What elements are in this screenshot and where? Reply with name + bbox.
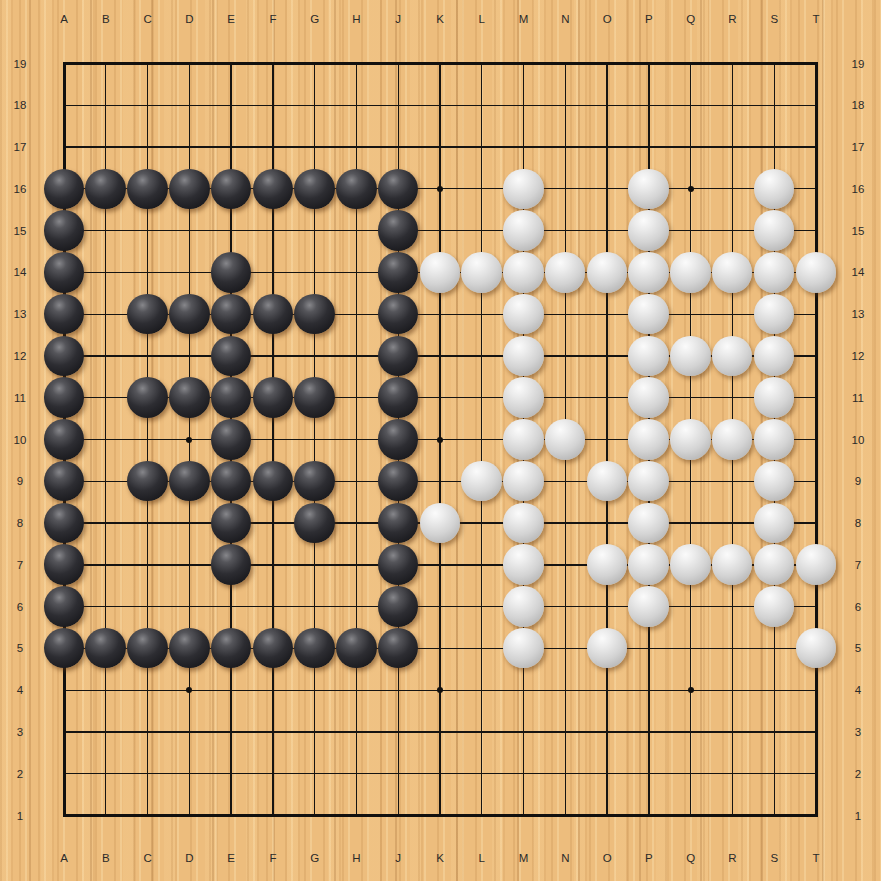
board-cell-D9 — [168, 460, 210, 502]
board-cell-E7 — [210, 544, 252, 586]
column-label-bottom-H: H — [343, 852, 369, 865]
row-label-right-16: 16 — [845, 182, 871, 195]
stone-white-P6 — [628, 586, 669, 627]
stone-white-L9 — [461, 461, 502, 502]
row-label-left-4: 4 — [7, 684, 33, 697]
stone-white-S10 — [754, 419, 795, 460]
stone-black-A10 — [44, 419, 85, 460]
column-label-top-G: G — [302, 13, 328, 26]
board-cell-P16 — [628, 168, 670, 210]
board-cell-S16 — [753, 168, 795, 210]
board-cell-J12 — [377, 335, 419, 377]
stone-black-H16 — [336, 169, 377, 210]
row-label-right-2: 2 — [845, 767, 871, 780]
stone-black-A7 — [44, 544, 85, 585]
board-cell-J8 — [377, 502, 419, 544]
board-cell-K8 — [419, 502, 461, 544]
board-cell-S14 — [753, 251, 795, 293]
board-cell-S8 — [753, 502, 795, 544]
stone-black-D13 — [169, 294, 210, 335]
stone-white-N10 — [545, 419, 586, 460]
board-cell-M6 — [503, 586, 545, 628]
stone-white-S9 — [754, 461, 795, 502]
column-label-top-K: K — [427, 13, 453, 26]
column-label-bottom-D: D — [176, 852, 202, 865]
column-label-bottom-O: O — [594, 852, 620, 865]
column-label-top-H: H — [343, 13, 369, 26]
stone-black-A6 — [44, 586, 85, 627]
stone-black-D11 — [169, 377, 210, 418]
column-label-top-F: F — [260, 13, 286, 26]
board-cell-O9 — [586, 460, 628, 502]
board-cell-Q10 — [670, 418, 712, 460]
board-cell-F11 — [252, 377, 294, 419]
stone-black-D9 — [169, 461, 210, 502]
row-label-right-17: 17 — [845, 141, 871, 154]
stone-black-E9 — [211, 461, 252, 502]
board-cell-F9 — [252, 460, 294, 502]
stone-white-P11 — [628, 377, 669, 418]
board-cell-A10 — [43, 418, 85, 460]
row-label-right-3: 3 — [845, 725, 871, 738]
stone-black-F11 — [253, 377, 294, 418]
stone-white-P16 — [628, 169, 669, 210]
row-label-right-14: 14 — [845, 266, 871, 279]
stone-white-O5 — [587, 628, 628, 669]
row-label-left-19: 19 — [7, 57, 33, 70]
board-cell-E10 — [210, 418, 252, 460]
board-cell-J15 — [377, 210, 419, 252]
column-label-top-S: S — [761, 13, 787, 26]
board-cell-N10 — [544, 418, 586, 460]
stone-white-T7 — [796, 544, 837, 585]
board-cell-P13 — [628, 293, 670, 335]
column-label-bottom-L: L — [469, 852, 495, 865]
board-cell-E13 — [210, 293, 252, 335]
column-label-bottom-G: G — [302, 852, 328, 865]
stone-black-G8 — [294, 503, 335, 544]
board-cell-M8 — [503, 502, 545, 544]
stone-black-G13 — [294, 294, 335, 335]
board-cell-A7 — [43, 544, 85, 586]
board-cell-P6 — [628, 586, 670, 628]
row-label-right-6: 6 — [845, 600, 871, 613]
column-label-bottom-K: K — [427, 852, 453, 865]
row-label-right-18: 18 — [845, 99, 871, 112]
stone-white-P14 — [628, 252, 669, 293]
board-cell-J10 — [377, 418, 419, 460]
stone-black-F13 — [253, 294, 294, 335]
go-board-app: AABBCCDDEEFFGGHHJJKKLLMMNNOOPPQQRRSSTT19… — [0, 0, 881, 881]
stone-white-P8 — [628, 503, 669, 544]
stone-black-E16 — [211, 169, 252, 210]
column-label-bottom-C: C — [135, 852, 161, 865]
row-label-right-13: 13 — [845, 308, 871, 321]
row-label-right-4: 4 — [845, 684, 871, 697]
stone-black-D5 — [169, 628, 210, 669]
stone-white-O7 — [587, 544, 628, 585]
board-cell-D16 — [168, 168, 210, 210]
column-label-top-M: M — [511, 13, 537, 26]
column-label-top-C: C — [135, 13, 161, 26]
board-cell-E16 — [210, 168, 252, 210]
stone-white-R12 — [712, 336, 753, 377]
stone-white-S16 — [754, 169, 795, 210]
board-cell-J9 — [377, 460, 419, 502]
board-cell-P12 — [628, 335, 670, 377]
column-label-top-T: T — [803, 13, 829, 26]
board-cell-F5 — [252, 627, 294, 669]
board-cell-S7 — [753, 544, 795, 586]
stone-white-Q12 — [670, 336, 711, 377]
column-label-top-A: A — [51, 13, 77, 26]
board-cell-O5 — [586, 627, 628, 669]
stone-white-O14 — [587, 252, 628, 293]
stone-black-J8 — [378, 503, 419, 544]
stone-white-P12 — [628, 336, 669, 377]
row-label-left-3: 3 — [7, 725, 33, 738]
board-cell-S10 — [753, 418, 795, 460]
row-label-left-12: 12 — [7, 349, 33, 362]
stone-white-M6 — [503, 586, 544, 627]
board-cell-P8 — [628, 502, 670, 544]
stone-white-N14 — [545, 252, 586, 293]
column-label-top-R: R — [719, 13, 745, 26]
stone-black-A15 — [44, 210, 85, 251]
board-cell-T5 — [795, 627, 837, 669]
stone-black-E5 — [211, 628, 252, 669]
row-label-right-11: 11 — [845, 391, 871, 404]
column-label-top-D: D — [176, 13, 202, 26]
board-cell-R12 — [711, 335, 753, 377]
stone-black-J9 — [378, 461, 419, 502]
board-cell-A16 — [43, 168, 85, 210]
stone-black-A14 — [44, 252, 85, 293]
row-label-left-5: 5 — [7, 642, 33, 655]
board-cell-A8 — [43, 502, 85, 544]
column-label-top-J: J — [385, 13, 411, 26]
board-cell-A6 — [43, 586, 85, 628]
column-label-bottom-P: P — [636, 852, 662, 865]
stone-white-S13 — [754, 294, 795, 335]
column-label-top-Q: Q — [678, 13, 704, 26]
column-label-bottom-N: N — [552, 852, 578, 865]
row-label-right-10: 10 — [845, 433, 871, 446]
board-cell-R14 — [711, 251, 753, 293]
stone-black-F9 — [253, 461, 294, 502]
stone-black-G16 — [294, 169, 335, 210]
board-cell-S15 — [753, 210, 795, 252]
stone-black-F5 — [253, 628, 294, 669]
board-cell-M15 — [503, 210, 545, 252]
board-cell-S13 — [753, 293, 795, 335]
row-label-left-16: 16 — [7, 182, 33, 195]
stone-white-Q14 — [670, 252, 711, 293]
stone-white-L14 — [461, 252, 502, 293]
board-cell-K14 — [419, 251, 461, 293]
stone-black-J5 — [378, 628, 419, 669]
stone-black-D16 — [169, 169, 210, 210]
stone-black-A8 — [44, 503, 85, 544]
board-cell-M11 — [503, 377, 545, 419]
column-label-bottom-A: A — [51, 852, 77, 865]
stone-white-M10 — [503, 419, 544, 460]
board-cell-B5 — [85, 627, 127, 669]
column-label-top-L: L — [469, 13, 495, 26]
board-cell-D11 — [168, 377, 210, 419]
board-cell-T7 — [795, 544, 837, 586]
board-cell-F16 — [252, 168, 294, 210]
stone-white-M5 — [503, 628, 544, 669]
stone-white-M9 — [503, 461, 544, 502]
stone-black-G5 — [294, 628, 335, 669]
stone-black-A13 — [44, 294, 85, 335]
board-cell-C5 — [127, 627, 169, 669]
stone-black-E14 — [211, 252, 252, 293]
stone-white-S6 — [754, 586, 795, 627]
stone-white-K8 — [420, 503, 461, 544]
board-cell-H16 — [335, 168, 377, 210]
board-cell-G5 — [294, 627, 336, 669]
board-cell-M10 — [503, 418, 545, 460]
stone-black-J16 — [378, 169, 419, 210]
row-label-right-15: 15 — [845, 224, 871, 237]
stone-white-P7 — [628, 544, 669, 585]
board-cell-M9 — [503, 460, 545, 502]
board-cell-M7 — [503, 544, 545, 586]
stone-black-A9 — [44, 461, 85, 502]
stone-black-E7 — [211, 544, 252, 585]
board-cell-P7 — [628, 544, 670, 586]
board-cell-F13 — [252, 293, 294, 335]
column-label-top-E: E — [218, 13, 244, 26]
stone-white-M8 — [503, 503, 544, 544]
column-label-top-N: N — [552, 13, 578, 26]
board-cell-E5 — [210, 627, 252, 669]
stone-white-R7 — [712, 544, 753, 585]
stone-white-P9 — [628, 461, 669, 502]
board-cell-P14 — [628, 251, 670, 293]
board-cell-G9 — [294, 460, 336, 502]
board-cell-A13 — [43, 293, 85, 335]
row-label-left-15: 15 — [7, 224, 33, 237]
stone-black-J14 — [378, 252, 419, 293]
row-label-left-8: 8 — [7, 517, 33, 530]
board-cell-D13 — [168, 293, 210, 335]
board-cell-J6 — [377, 586, 419, 628]
board-cell-G13 — [294, 293, 336, 335]
stone-black-J11 — [378, 377, 419, 418]
board-cell-S11 — [753, 377, 795, 419]
stone-black-E8 — [211, 503, 252, 544]
stone-black-A5 — [44, 628, 85, 669]
board-cell-M5 — [503, 627, 545, 669]
stone-white-P10 — [628, 419, 669, 460]
stone-black-J6 — [378, 586, 419, 627]
stone-black-E11 — [211, 377, 252, 418]
row-label-left-1: 1 — [7, 809, 33, 822]
board-cell-P10 — [628, 418, 670, 460]
board-cell-Q7 — [670, 544, 712, 586]
board-grid[interactable] — [43, 43, 837, 837]
board-cell-C13 — [127, 293, 169, 335]
board-cell-L9 — [461, 460, 503, 502]
row-label-right-1: 1 — [845, 809, 871, 822]
board-cell-J5 — [377, 627, 419, 669]
board-cell-M12 — [503, 335, 545, 377]
board-cell-H5 — [335, 627, 377, 669]
row-label-left-6: 6 — [7, 600, 33, 613]
stone-white-O9 — [587, 461, 628, 502]
stone-black-A12 — [44, 336, 85, 377]
row-label-left-7: 7 — [7, 558, 33, 571]
board-cell-S12 — [753, 335, 795, 377]
row-label-right-19: 19 — [845, 57, 871, 70]
stone-black-J7 — [378, 544, 419, 585]
stone-white-Q7 — [670, 544, 711, 585]
row-label-left-2: 2 — [7, 767, 33, 780]
stone-white-M11 — [503, 377, 544, 418]
stone-black-H5 — [336, 628, 377, 669]
stone-black-F16 — [253, 169, 294, 210]
row-label-right-9: 9 — [845, 475, 871, 488]
stone-white-P13 — [628, 294, 669, 335]
board-cell-E14 — [210, 251, 252, 293]
board-cell-O14 — [586, 251, 628, 293]
stone-black-C11 — [127, 377, 168, 418]
row-label-left-10: 10 — [7, 433, 33, 446]
board-cell-A5 — [43, 627, 85, 669]
stone-white-R14 — [712, 252, 753, 293]
stone-black-J13 — [378, 294, 419, 335]
board-cell-A11 — [43, 377, 85, 419]
stone-white-M13 — [503, 294, 544, 335]
row-label-left-9: 9 — [7, 475, 33, 488]
row-label-right-5: 5 — [845, 642, 871, 655]
row-label-right-7: 7 — [845, 558, 871, 571]
stone-white-M14 — [503, 252, 544, 293]
stone-white-M12 — [503, 336, 544, 377]
stone-white-S12 — [754, 336, 795, 377]
stone-white-Q10 — [670, 419, 711, 460]
row-label-right-12: 12 — [845, 349, 871, 362]
stone-black-C13 — [127, 294, 168, 335]
stone-white-S8 — [754, 503, 795, 544]
stone-black-E10 — [211, 419, 252, 460]
board-cell-A12 — [43, 335, 85, 377]
board-cell-C16 — [127, 168, 169, 210]
stone-black-C5 — [127, 628, 168, 669]
board-cell-A15 — [43, 210, 85, 252]
board-cell-R10 — [711, 418, 753, 460]
row-label-right-8: 8 — [845, 517, 871, 530]
board-cell-Q14 — [670, 251, 712, 293]
board-cell-J7 — [377, 544, 419, 586]
column-label-top-P: P — [636, 13, 662, 26]
board-cell-P15 — [628, 210, 670, 252]
stone-white-R10 — [712, 419, 753, 460]
stone-black-G9 — [294, 461, 335, 502]
board-cell-A14 — [43, 251, 85, 293]
row-label-left-18: 18 — [7, 99, 33, 112]
board-cell-G11 — [294, 377, 336, 419]
board-cell-B16 — [85, 168, 127, 210]
board-cell-G16 — [294, 168, 336, 210]
board-cell-P11 — [628, 377, 670, 419]
column-label-bottom-E: E — [218, 852, 244, 865]
board-cell-S6 — [753, 586, 795, 628]
stone-white-S7 — [754, 544, 795, 585]
stone-white-T14 — [796, 252, 837, 293]
column-label-top-O: O — [594, 13, 620, 26]
board-cell-M14 — [503, 251, 545, 293]
board-cell-J13 — [377, 293, 419, 335]
stone-white-S11 — [754, 377, 795, 418]
row-label-left-11: 11 — [7, 391, 33, 404]
row-label-left-13: 13 — [7, 308, 33, 321]
board-cell-J16 — [377, 168, 419, 210]
board-cell-J14 — [377, 251, 419, 293]
stone-white-S15 — [754, 210, 795, 251]
board-cell-E8 — [210, 502, 252, 544]
board-cell-M13 — [503, 293, 545, 335]
board-cell-N14 — [544, 251, 586, 293]
stone-black-E13 — [211, 294, 252, 335]
column-label-bottom-J: J — [385, 852, 411, 865]
column-label-bottom-T: T — [803, 852, 829, 865]
stone-black-J15 — [378, 210, 419, 251]
board-cell-M16 — [503, 168, 545, 210]
board-cell-O7 — [586, 544, 628, 586]
row-label-left-14: 14 — [7, 266, 33, 279]
stone-black-E12 — [211, 336, 252, 377]
stone-white-M7 — [503, 544, 544, 585]
stone-white-K14 — [420, 252, 461, 293]
board-cell-R7 — [711, 544, 753, 586]
stone-black-C16 — [127, 169, 168, 210]
stone-black-A16 — [44, 169, 85, 210]
row-label-left-17: 17 — [7, 141, 33, 154]
board-cell-C11 — [127, 377, 169, 419]
column-label-bottom-Q: Q — [678, 852, 704, 865]
board-cell-E9 — [210, 460, 252, 502]
column-label-bottom-B: B — [93, 852, 119, 865]
board-cell-A9 — [43, 460, 85, 502]
board-cell-Q12 — [670, 335, 712, 377]
board-cell-C9 — [127, 460, 169, 502]
column-label-bottom-M: M — [511, 852, 537, 865]
board-cell-S9 — [753, 460, 795, 502]
stone-black-G11 — [294, 377, 335, 418]
stone-white-P15 — [628, 210, 669, 251]
stone-white-M16 — [503, 169, 544, 210]
board-cell-D5 — [168, 627, 210, 669]
stone-black-A11 — [44, 377, 85, 418]
stone-black-J12 — [378, 336, 419, 377]
board-cell-G8 — [294, 502, 336, 544]
column-label-bottom-S: S — [761, 852, 787, 865]
board-cell-J11 — [377, 377, 419, 419]
board-cell-E12 — [210, 335, 252, 377]
stone-black-B16 — [85, 169, 126, 210]
stone-black-J10 — [378, 419, 419, 460]
board-cell-T14 — [795, 251, 837, 293]
stone-black-B5 — [85, 628, 126, 669]
stone-white-S14 — [754, 252, 795, 293]
stone-black-C9 — [127, 461, 168, 502]
column-label-bottom-F: F — [260, 852, 286, 865]
board-cell-L14 — [461, 251, 503, 293]
